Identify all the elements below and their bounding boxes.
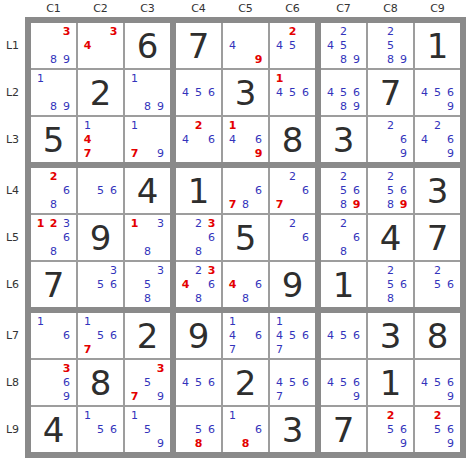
candidate-6: 6 — [60, 231, 73, 245]
cell-L5C6[interactable]: 26 — [270, 215, 315, 260]
solved-digit: 4 — [31, 407, 76, 452]
candidate-grid: 2569 — [368, 407, 413, 452]
cell-L6C9[interactable]: 256 — [415, 262, 460, 307]
candidate-6: 6 — [397, 184, 410, 198]
candidate-5: 5 — [192, 423, 205, 437]
cell-L1C6[interactable]: 245 — [270, 23, 315, 68]
row-label-L5: L5 — [0, 215, 25, 260]
candidate-grid: 25689 — [368, 168, 413, 213]
candidate-8: 8 — [337, 244, 350, 258]
candidate-6: 6 — [299, 376, 312, 390]
candidate-grid: 34 — [78, 23, 123, 68]
candidate-3: 3 — [205, 264, 218, 278]
cell-L8C9[interactable]: 4569 — [415, 360, 460, 405]
candidate-grid: 45689 — [321, 70, 366, 115]
candidate-grid: 1456 — [270, 70, 315, 115]
candidate-grid: 2469 — [415, 117, 460, 162]
cell-L6C4[interactable]: 23468 — [176, 262, 221, 307]
cell-L2C7[interactable]: 45689 — [321, 70, 366, 115]
candidate-grid: 389 — [31, 23, 76, 68]
cell-L8C2[interactable]: 8 — [78, 360, 123, 405]
candidate-9: 9 — [350, 52, 363, 66]
cell-L3C5[interactable]: 1469 — [223, 117, 268, 162]
candidate-2: 2 — [192, 217, 205, 231]
candidate-6: 6 — [350, 184, 363, 198]
candidate-5: 5 — [286, 39, 299, 53]
candidate-grid: 256 — [415, 262, 460, 307]
candidate-grid: 3579 — [125, 360, 170, 405]
candidate-4: 4 — [324, 376, 337, 390]
cell-L3C7[interactable]: 3 — [321, 117, 366, 162]
candidate-9: 9 — [350, 197, 363, 211]
candidate-6: 6 — [107, 423, 120, 437]
solved-digit: 1 — [176, 168, 221, 213]
cell-L7C6[interactable]: 14567 — [270, 313, 315, 358]
candidate-6: 6 — [299, 231, 312, 245]
candidate-4: 4 — [226, 133, 239, 147]
cell-L1C1[interactable]: 389 — [31, 23, 76, 68]
candidate-9: 9 — [60, 52, 73, 66]
cell-L3C9[interactable]: 2469 — [415, 117, 460, 162]
cell-L9C5[interactable]: 168 — [223, 407, 268, 452]
candidate-6: 6 — [205, 231, 218, 245]
solved-digit: 7 — [368, 70, 413, 115]
candidate-4: 4 — [226, 329, 239, 343]
cell-L7C1[interactable]: 16 — [31, 313, 76, 358]
solved-digit: 9 — [78, 215, 123, 260]
cell-L9C3[interactable]: 159 — [125, 407, 170, 452]
candidate-grid: 189 — [125, 70, 170, 115]
candidate-5: 5 — [384, 39, 397, 53]
candidate-4: 4 — [324, 39, 337, 53]
candidate-grid: 189 — [31, 70, 76, 115]
cell-L9C9[interactable]: 2569 — [415, 407, 460, 452]
candidate-grid: 12368 — [31, 215, 76, 260]
candidate-3: 3 — [154, 362, 167, 376]
cell-L8C3[interactable]: 3579 — [125, 360, 170, 405]
cell-L5C3[interactable]: 138 — [125, 215, 170, 260]
candidate-1: 1 — [226, 315, 239, 329]
cell-L2C9[interactable]: 4569 — [415, 70, 460, 115]
candidate-7: 7 — [273, 389, 286, 403]
candidate-5: 5 — [431, 86, 444, 100]
candidate-4: 4 — [324, 329, 337, 343]
candidate-6: 6 — [397, 133, 410, 147]
candidate-1: 1 — [226, 119, 239, 133]
cell-L7C7[interactable]: 456 — [321, 313, 366, 358]
candidate-7: 7 — [81, 342, 94, 356]
candidate-1: 1 — [128, 72, 141, 86]
solved-digit: 2 — [78, 70, 123, 115]
candidate-9: 9 — [252, 146, 265, 160]
column-labels: C1C2C3C4C5C6C7C8C9 — [25, 0, 466, 17]
candidate-grid: 1469 — [223, 117, 268, 162]
candidate-4: 4 — [418, 133, 431, 147]
cell-L4C4[interactable]: 1 — [176, 168, 221, 213]
candidate-4: 4 — [273, 376, 286, 390]
candidate-grid: 4569 — [415, 70, 460, 115]
cell-L8C5[interactable]: 2 — [223, 360, 268, 405]
candidate-2: 2 — [286, 217, 299, 231]
row-label-L1: L1 — [0, 23, 25, 68]
candidate-5: 5 — [94, 184, 107, 198]
candidate-grid: 4567 — [270, 360, 315, 405]
cell-L6C2[interactable]: 356 — [78, 262, 123, 307]
candidate-grid: 56 — [78, 168, 123, 213]
candidate-6: 6 — [107, 278, 120, 292]
cell-L5C2[interactable]: 9 — [78, 215, 123, 260]
candidate-5: 5 — [141, 376, 154, 390]
candidate-2: 2 — [384, 409, 397, 423]
candidate-5: 5 — [141, 423, 154, 437]
col-label-C7: C7 — [321, 2, 366, 15]
candidate-grid: 179 — [125, 117, 170, 162]
candidate-8: 8 — [47, 197, 60, 211]
candidate-6: 6 — [397, 423, 410, 437]
candidate-6: 6 — [205, 133, 218, 147]
candidate-7: 7 — [81, 146, 94, 160]
solved-digit: 1 — [368, 360, 413, 405]
candidate-1: 1 — [128, 217, 141, 231]
candidate-4: 4 — [179, 278, 192, 292]
candidate-grid: 269 — [368, 117, 413, 162]
cell-L2C8[interactable]: 7 — [368, 70, 413, 115]
candidate-6: 6 — [107, 184, 120, 198]
cell-L2C3[interactable]: 189 — [125, 70, 170, 115]
cell-L7C3[interactable]: 2 — [125, 313, 170, 358]
candidate-2: 2 — [47, 217, 60, 231]
cell-L4C2[interactable]: 56 — [78, 168, 123, 213]
candidate-6: 6 — [444, 86, 457, 100]
candidate-1: 1 — [81, 119, 94, 133]
solved-digit: 5 — [31, 117, 76, 162]
candidate-2: 2 — [286, 170, 299, 184]
candidate-2: 2 — [384, 119, 397, 133]
solved-digit: 5 — [223, 215, 268, 260]
candidate-8: 8 — [337, 99, 350, 113]
row-label-L6: L6 — [0, 262, 25, 307]
cell-L2C2[interactable]: 2 — [78, 70, 123, 115]
candidate-grid: 168 — [223, 407, 268, 452]
row-label-L2: L2 — [0, 70, 25, 115]
cell-L5C1[interactable]: 12368 — [31, 215, 76, 260]
candidate-grid: 25689 — [321, 168, 366, 213]
cell-L4C5[interactable]: 678 — [223, 168, 268, 213]
candidate-6: 6 — [444, 423, 457, 437]
cell-L7C5[interactable]: 1467 — [223, 313, 268, 358]
candidate-6: 6 — [60, 184, 73, 198]
candidate-5: 5 — [337, 376, 350, 390]
candidate-grid: 468 — [223, 262, 268, 307]
candidate-4: 4 — [81, 133, 94, 147]
cell-L2C5[interactable]: 3 — [223, 70, 268, 115]
candidate-6: 6 — [299, 184, 312, 198]
candidate-grid: 2368 — [176, 215, 221, 260]
cell-L9C2[interactable]: 156 — [78, 407, 123, 452]
cell-L9C4[interactable]: 568 — [176, 407, 221, 452]
col-label-C3: C3 — [125, 2, 170, 15]
candidate-8: 8 — [47, 52, 60, 66]
candidate-3: 3 — [107, 25, 120, 39]
candidate-grid: 156 — [78, 407, 123, 452]
candidate-7: 7 — [273, 342, 286, 356]
cell-L9C8[interactable]: 2569 — [368, 407, 413, 452]
candidate-2: 2 — [384, 25, 397, 39]
candidate-1: 1 — [226, 409, 239, 423]
cell-L6C8[interactable]: 2568 — [368, 262, 413, 307]
candidate-4: 4 — [226, 278, 239, 292]
col-label-C2: C2 — [78, 2, 123, 15]
cell-L8C8[interactable]: 1 — [368, 360, 413, 405]
candidate-8: 8 — [141, 244, 154, 258]
candidate-9: 9 — [397, 52, 410, 66]
candidate-6: 6 — [444, 376, 457, 390]
corner-spacer — [0, 0, 25, 17]
row-labels: L1L2L3L4L5L6L7L8L9 — [0, 17, 25, 458]
candidate-9: 9 — [154, 436, 167, 450]
solved-digit: 2 — [223, 360, 268, 405]
candidate-6: 6 — [397, 278, 410, 292]
candidate-6: 6 — [60, 376, 73, 390]
cell-L7C2[interactable]: 1567 — [78, 313, 123, 358]
cell-L1C5[interactable]: 49 — [223, 23, 268, 68]
candidate-8: 8 — [47, 99, 60, 113]
cell-L4C3[interactable]: 4 — [125, 168, 170, 213]
candidate-9: 9 — [252, 52, 265, 66]
candidate-3: 3 — [154, 264, 167, 278]
sudoku-solver-layout: C1C2C3C4C5C6C7C8C9 L1L2L3L4L5L6L7L8L9 38… — [0, 0, 466, 458]
cell-L1C3[interactable]: 6 — [125, 23, 170, 68]
candidate-2: 2 — [431, 409, 444, 423]
candidate-5: 5 — [384, 423, 397, 437]
candidate-5: 5 — [384, 184, 397, 198]
candidate-3: 3 — [60, 25, 73, 39]
cell-L7C8[interactable]: 3 — [368, 313, 413, 358]
cell-L8C1[interactable]: 369 — [31, 360, 76, 405]
cell-L7C9[interactable]: 8 — [415, 313, 460, 358]
candidate-6: 6 — [350, 86, 363, 100]
candidate-grid: 456 — [321, 313, 366, 358]
candidate-grid: 147 — [78, 117, 123, 162]
cell-L4C6[interactable]: 267 — [270, 168, 315, 213]
row-label-L8: L8 — [0, 360, 25, 405]
cell-L4C7[interactable]: 25689 — [321, 168, 366, 213]
candidate-9: 9 — [350, 389, 363, 403]
candidate-2: 2 — [192, 119, 205, 133]
cell-L3C6[interactable]: 8 — [270, 117, 315, 162]
candidate-8: 8 — [141, 291, 154, 305]
cell-L8C7[interactable]: 4569 — [321, 360, 366, 405]
solved-digit: 4 — [125, 168, 170, 213]
cell-L5C9[interactable]: 7 — [415, 215, 460, 260]
col-label-C4: C4 — [176, 2, 221, 15]
cell-L4C1[interactable]: 268 — [31, 168, 76, 213]
candidate-2: 2 — [384, 264, 397, 278]
candidate-1: 1 — [128, 409, 141, 423]
row-label-L4: L4 — [0, 168, 25, 213]
candidate-8: 8 — [239, 436, 252, 450]
row-label-L7: L7 — [0, 313, 25, 358]
candidate-2: 2 — [286, 25, 299, 39]
cell-L8C6[interactable]: 4567 — [270, 360, 315, 405]
candidate-2: 2 — [337, 25, 350, 39]
candidate-9: 9 — [444, 436, 457, 450]
cell-L8C4[interactable]: 456 — [176, 360, 221, 405]
candidate-8: 8 — [141, 99, 154, 113]
candidate-5: 5 — [192, 86, 205, 100]
candidate-9: 9 — [60, 389, 73, 403]
candidate-grid: 267 — [270, 168, 315, 213]
candidate-8: 8 — [384, 52, 397, 66]
candidate-3: 3 — [60, 362, 73, 376]
col-label-C9: C9 — [415, 2, 460, 15]
candidate-6: 6 — [299, 86, 312, 100]
candidate-5: 5 — [192, 376, 205, 390]
cell-L9C1[interactable]: 4 — [31, 407, 76, 452]
cell-L2C1[interactable]: 189 — [31, 70, 76, 115]
cell-L2C6[interactable]: 1456 — [270, 70, 315, 115]
cell-L6C6[interactable]: 9 — [270, 262, 315, 307]
candidate-8: 8 — [239, 197, 252, 211]
candidate-5: 5 — [94, 329, 107, 343]
candidate-8: 8 — [192, 436, 205, 450]
solved-digit: 7 — [321, 407, 366, 452]
candidate-5: 5 — [286, 86, 299, 100]
candidate-grid: 268 — [321, 215, 366, 260]
solved-digit: 7 — [31, 262, 76, 307]
cell-L1C8[interactable]: 2589 — [368, 23, 413, 68]
solved-digit: 1 — [415, 23, 460, 68]
candidate-6: 6 — [205, 278, 218, 292]
cell-L3C1[interactable]: 5 — [31, 117, 76, 162]
candidate-5: 5 — [337, 184, 350, 198]
candidate-2: 2 — [47, 170, 60, 184]
cell-L7C4[interactable]: 9 — [176, 313, 221, 358]
row-label-L3: L3 — [0, 117, 25, 162]
candidate-grid: 26 — [270, 215, 315, 260]
candidate-9: 9 — [397, 146, 410, 160]
candidate-3: 3 — [107, 264, 120, 278]
candidate-5: 5 — [337, 329, 350, 343]
candidate-grid: 369 — [31, 360, 76, 405]
solved-digit: 7 — [415, 215, 460, 260]
cell-L6C3[interactable]: 358 — [125, 262, 170, 307]
cell-L1C2[interactable]: 34 — [78, 23, 123, 68]
candidate-4: 4 — [418, 376, 431, 390]
solved-digit: 2 — [125, 313, 170, 358]
candidate-7: 7 — [273, 197, 286, 211]
candidate-8: 8 — [192, 291, 205, 305]
candidate-9: 9 — [444, 146, 457, 160]
candidate-9: 9 — [397, 197, 410, 211]
cell-L3C2[interactable]: 147 — [78, 117, 123, 162]
cell-L6C7[interactable]: 1 — [321, 262, 366, 307]
candidate-grid: 568 — [176, 407, 221, 452]
candidate-grid: 49 — [223, 23, 268, 68]
candidate-6: 6 — [350, 376, 363, 390]
candidate-grid: 1567 — [78, 313, 123, 358]
solved-digit: 3 — [270, 407, 315, 452]
candidate-grid: 4569 — [415, 360, 460, 405]
candidate-6: 6 — [444, 133, 457, 147]
cell-L9C6[interactable]: 3 — [270, 407, 315, 452]
candidate-8: 8 — [337, 52, 350, 66]
solved-digit: 7 — [176, 23, 221, 68]
candidate-1: 1 — [81, 409, 94, 423]
candidate-6: 6 — [444, 278, 457, 292]
candidate-grid: 159 — [125, 407, 170, 452]
candidate-5: 5 — [286, 376, 299, 390]
candidate-2: 2 — [337, 170, 350, 184]
cell-L5C7[interactable]: 268 — [321, 215, 366, 260]
candidate-4: 4 — [418, 86, 431, 100]
cell-L6C5[interactable]: 468 — [223, 262, 268, 307]
cell-L5C8[interactable]: 4 — [368, 215, 413, 260]
candidate-grid: 2569 — [415, 407, 460, 452]
cell-L4C8[interactable]: 25689 — [368, 168, 413, 213]
candidate-3: 3 — [154, 217, 167, 231]
candidate-7: 7 — [226, 342, 239, 356]
candidate-2: 2 — [192, 264, 205, 278]
candidate-4: 4 — [179, 376, 192, 390]
candidate-1: 1 — [128, 119, 141, 133]
candidate-4: 4 — [226, 39, 239, 53]
candidate-4: 4 — [179, 133, 192, 147]
solved-digit: 9 — [176, 313, 221, 358]
candidate-5: 5 — [286, 329, 299, 343]
candidate-grid: 14567 — [270, 313, 315, 358]
candidate-1: 1 — [34, 315, 47, 329]
cell-L1C9[interactable]: 1 — [415, 23, 460, 68]
cell-L5C5[interactable]: 5 — [223, 215, 268, 260]
candidate-grid: 4569 — [321, 360, 366, 405]
candidate-grid: 23468 — [176, 262, 221, 307]
cell-L6C1[interactable]: 7 — [31, 262, 76, 307]
candidate-grid: 246 — [176, 117, 221, 162]
cell-L3C8[interactable]: 269 — [368, 117, 413, 162]
candidate-2: 2 — [337, 217, 350, 231]
candidate-3: 3 — [60, 217, 73, 231]
col-label-C8: C8 — [368, 2, 413, 15]
solved-digit: 8 — [78, 360, 123, 405]
solved-digit: 8 — [270, 117, 315, 162]
cell-L2C4[interactable]: 456 — [176, 70, 221, 115]
candidate-5: 5 — [94, 278, 107, 292]
candidate-grid: 456 — [176, 70, 221, 115]
candidate-grid: 138 — [125, 215, 170, 260]
candidate-6: 6 — [252, 278, 265, 292]
candidate-grid: 358 — [125, 262, 170, 307]
candidate-4: 4 — [81, 39, 94, 53]
cell-L3C3[interactable]: 179 — [125, 117, 170, 162]
cell-L1C4[interactable]: 7 — [176, 23, 221, 68]
candidate-5: 5 — [431, 376, 444, 390]
cell-L5C4[interactable]: 2368 — [176, 215, 221, 260]
candidate-grid: 2568 — [368, 262, 413, 307]
cell-L4C9[interactable]: 3 — [415, 168, 460, 213]
candidate-6: 6 — [350, 231, 363, 245]
cell-L3C4[interactable]: 246 — [176, 117, 221, 162]
solved-digit: 3 — [415, 168, 460, 213]
cell-L1C7[interactable]: 24589 — [321, 23, 366, 68]
candidate-7: 7 — [226, 197, 239, 211]
candidate-6: 6 — [205, 86, 218, 100]
candidate-5: 5 — [431, 423, 444, 437]
candidate-9: 9 — [154, 146, 167, 160]
cell-L9C7[interactable]: 7 — [321, 407, 366, 452]
candidate-6: 6 — [299, 329, 312, 343]
candidate-9: 9 — [350, 99, 363, 113]
